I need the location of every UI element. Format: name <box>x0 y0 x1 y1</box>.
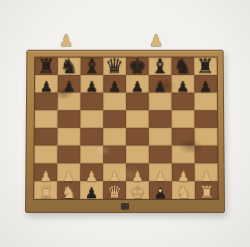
piece-d8-bQ[interactable]: ♛ <box>105 57 124 77</box>
piece-a2-wP[interactable]: ♟ <box>39 169 52 183</box>
square-g4[interactable] <box>172 128 195 146</box>
piece-c8-bB[interactable]: ♝ <box>83 57 102 77</box>
piece-c2-wP[interactable]: ♟ <box>85 169 98 183</box>
piece-g8-bN[interactable]: ♞ <box>173 57 192 77</box>
square-a1[interactable]: ♜ <box>34 181 57 199</box>
offboard-piece-wP-1[interactable]: ♟ <box>149 33 163 49</box>
square-a3[interactable] <box>34 146 57 164</box>
square-a5[interactable] <box>35 110 58 128</box>
square-b5[interactable] <box>58 110 81 128</box>
piece-e7-bP[interactable]: ♟ <box>131 80 144 95</box>
square-f8[interactable]: ♝ <box>149 58 172 75</box>
piece-e1-wK[interactable]: ♚ <box>130 184 145 201</box>
square-h3[interactable] <box>195 146 218 164</box>
square-a2[interactable]: ♟ <box>34 163 57 181</box>
square-h4[interactable] <box>194 128 217 146</box>
square-c1[interactable]: ♟ <box>80 181 103 199</box>
square-d5[interactable] <box>103 110 126 128</box>
piece-g7-bP[interactable]: ♟ <box>176 80 189 95</box>
chess-set-photo: ♟♟ ♜♞♝♛♚♝♞♜♟♟♟♟♟♟♟♟♟♟♟♟♟♟♟♟♜♞♟♛♚♟♞♜ <box>0 0 250 247</box>
piece-e2-wP[interactable]: ♟ <box>131 169 144 183</box>
square-c2[interactable]: ♟ <box>80 163 103 181</box>
square-d8[interactable]: ♛ <box>103 58 126 75</box>
chess-board: ♜♞♝♛♚♝♞♜♟♟♟♟♟♟♟♟♟♟♟♟♟♟♟♟♜♞♟♛♚♟♞♜ <box>33 57 219 200</box>
square-f5[interactable] <box>149 110 172 128</box>
square-h2[interactable]: ♟ <box>195 163 218 181</box>
square-e3[interactable] <box>126 146 149 164</box>
square-d2[interactable]: ♟ <box>103 163 126 181</box>
piece-d2-wP[interactable]: ♟ <box>108 169 121 183</box>
piece-b1-wN[interactable]: ♞ <box>61 184 76 201</box>
square-a4[interactable] <box>35 128 58 146</box>
square-b3[interactable] <box>57 146 80 164</box>
piece-b8-bN[interactable]: ♞ <box>60 57 79 77</box>
square-c8[interactable]: ♝ <box>81 58 104 75</box>
piece-f2-wP[interactable]: ♟ <box>154 169 167 183</box>
piece-h1-wR[interactable]: ♜ <box>199 184 214 201</box>
piece-a8-bR[interactable]: ♜ <box>37 57 56 77</box>
piece-d1-wQ[interactable]: ♛ <box>107 184 122 201</box>
square-e1[interactable]: ♚ <box>126 181 149 199</box>
piece-f8-bB[interactable]: ♝ <box>151 57 170 77</box>
square-f4[interactable] <box>149 128 172 146</box>
piece-e8-bK[interactable]: ♚ <box>128 57 147 77</box>
square-b4[interactable] <box>57 128 80 146</box>
square-d4[interactable] <box>103 128 126 146</box>
piece-g2-wP[interactable]: ♟ <box>177 169 190 183</box>
square-g3[interactable] <box>172 146 195 164</box>
piece-a1-wR[interactable]: ♜ <box>38 184 53 201</box>
square-h8[interactable]: ♜ <box>194 58 217 75</box>
square-g5[interactable] <box>172 110 195 128</box>
piece-h8-bR[interactable]: ♜ <box>196 57 215 77</box>
square-b2[interactable]: ♟ <box>57 163 80 181</box>
square-e2[interactable]: ♟ <box>126 163 149 181</box>
piece-c7-bP[interactable]: ♟ <box>85 80 98 95</box>
offboard-piece-wP-0[interactable]: ♟ <box>59 33 73 49</box>
piece-d7-bP[interactable]: ♟ <box>108 80 121 95</box>
square-e5[interactable] <box>126 110 149 128</box>
piece-f1-bP[interactable]: ♟ <box>154 186 167 201</box>
piece-f7-bP[interactable]: ♟ <box>153 80 166 95</box>
piece-b7-bP[interactable]: ♟ <box>62 80 75 95</box>
light-top-mark <box>158 188 163 193</box>
square-e8[interactable]: ♚ <box>126 58 149 75</box>
piece-a7-bP[interactable]: ♟ <box>40 80 53 95</box>
piece-h7-bP[interactable]: ♟ <box>199 80 212 95</box>
square-f3[interactable] <box>149 146 172 164</box>
piece-h2-wP[interactable]: ♟ <box>200 169 213 183</box>
square-h1[interactable]: ♜ <box>195 181 218 199</box>
square-f2[interactable]: ♟ <box>149 163 172 181</box>
square-b1[interactable]: ♞ <box>57 181 80 199</box>
square-a8[interactable]: ♜ <box>35 58 58 75</box>
square-d3[interactable] <box>103 146 126 164</box>
square-g2[interactable]: ♟ <box>172 163 195 181</box>
chess-board-box: ♜♞♝♛♚♝♞♜♟♟♟♟♟♟♟♟♟♟♟♟♟♟♟♟♜♞♟♛♚♟♞♜ <box>25 50 225 213</box>
square-g8[interactable]: ♞ <box>171 58 194 75</box>
square-b8[interactable]: ♞ <box>58 58 81 75</box>
piece-b2-wP[interactable]: ♟ <box>62 169 75 183</box>
square-g1[interactable]: ♞ <box>172 181 195 199</box>
square-c5[interactable] <box>80 110 103 128</box>
square-h5[interactable] <box>194 110 217 128</box>
square-f1[interactable]: ♟ <box>149 181 172 199</box>
square-e4[interactable] <box>126 128 149 146</box>
piece-g1-wN[interactable]: ♞ <box>176 184 191 201</box>
piece-c1-bP[interactable]: ♟ <box>85 186 98 201</box>
box-clasp <box>121 203 129 209</box>
square-d1[interactable]: ♛ <box>103 181 126 199</box>
square-c4[interactable] <box>80 128 103 146</box>
square-c3[interactable] <box>80 146 103 164</box>
